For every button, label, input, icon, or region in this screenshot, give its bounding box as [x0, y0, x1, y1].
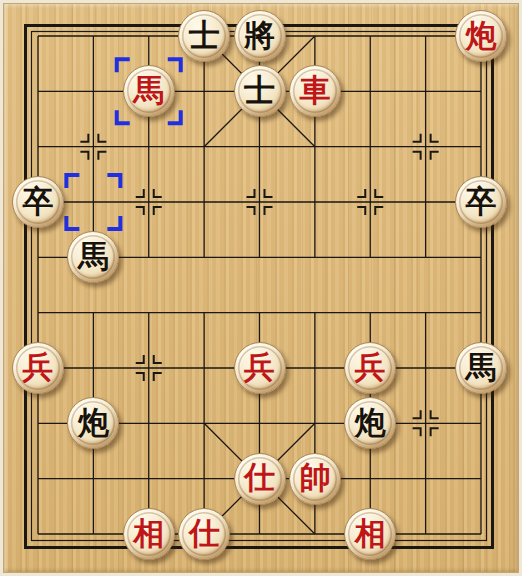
piece-glyph: 仕	[189, 518, 220, 549]
piece-red-soldier[interactable]: 兵	[234, 342, 286, 394]
piece-glyph: 卒	[23, 186, 54, 217]
piece-glyph: 帥	[299, 462, 330, 493]
piece-black-cannon[interactable]: 炮	[344, 397, 396, 449]
piece-glyph: 兵	[355, 352, 386, 383]
piece-black-horse[interactable]: 馬	[67, 231, 119, 283]
piece-glyph: 車	[299, 75, 330, 106]
piece-red-cannon[interactable]: 炮	[455, 10, 507, 62]
piece-glyph: 炮	[355, 407, 386, 438]
piece-red-general[interactable]: 帥	[289, 453, 341, 505]
piece-black-advisor[interactable]: 士	[234, 65, 286, 117]
piece-red-horse-selected[interactable]: 馬	[123, 65, 175, 117]
piece-glyph: 仕	[244, 462, 275, 493]
piece-red-elephant[interactable]: 相	[123, 508, 175, 560]
piece-glyph: 士	[189, 20, 220, 51]
piece-red-advisor[interactable]: 仕	[234, 453, 286, 505]
pieces-layer: 士將炮馬士車卒卒馬兵兵兵馬炮炮仕帥相仕相	[0, 0, 522, 576]
piece-glyph: 馬	[466, 352, 497, 383]
piece-glyph: 相	[133, 518, 164, 549]
piece-black-horse[interactable]: 馬	[455, 342, 507, 394]
piece-glyph: 相	[355, 518, 386, 549]
piece-glyph: 炮	[78, 407, 109, 438]
piece-glyph: 士	[244, 75, 275, 106]
piece-glyph: 炮	[466, 20, 497, 51]
piece-black-general[interactable]: 將	[234, 10, 286, 62]
piece-red-elephant[interactable]: 相	[344, 508, 396, 560]
piece-black-cannon[interactable]: 炮	[67, 397, 119, 449]
piece-glyph: 卒	[466, 186, 497, 217]
piece-black-soldier[interactable]: 卒	[455, 176, 507, 228]
piece-black-advisor[interactable]: 士	[178, 10, 230, 62]
piece-glyph: 兵	[23, 352, 54, 383]
piece-red-soldier[interactable]: 兵	[12, 342, 64, 394]
piece-red-soldier[interactable]: 兵	[344, 342, 396, 394]
xiangqi-app-window: 士將炮馬士車卒卒馬兵兵兵馬炮炮仕帥相仕相	[0, 0, 522, 576]
piece-red-advisor[interactable]: 仕	[178, 508, 230, 560]
piece-glyph: 將	[244, 20, 275, 51]
piece-glyph: 兵	[244, 352, 275, 383]
piece-glyph: 馬	[133, 75, 164, 106]
piece-glyph: 馬	[78, 241, 109, 272]
piece-black-soldier[interactable]: 卒	[12, 176, 64, 228]
piece-red-chariot[interactable]: 車	[289, 65, 341, 117]
